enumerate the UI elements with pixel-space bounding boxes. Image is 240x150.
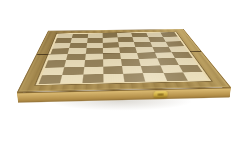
square-c4[interactable]	[85, 53, 103, 60]
square-b3[interactable]	[65, 60, 85, 67]
brass-latch	[153, 91, 167, 98]
square-b4[interactable]	[66, 54, 85, 61]
square-a2[interactable]	[42, 67, 64, 75]
square-f2[interactable]	[141, 65, 163, 73]
square-g4[interactable]	[154, 52, 174, 58]
square-a1[interactable]	[39, 75, 63, 84]
square-h4[interactable]	[171, 52, 192, 58]
square-g3[interactable]	[157, 58, 179, 65]
square-e3[interactable]	[121, 59, 141, 66]
square-b5[interactable]	[68, 48, 86, 54]
square-a5[interactable]	[50, 48, 69, 54]
square-g2[interactable]	[160, 65, 183, 73]
square-a3[interactable]	[45, 60, 66, 67]
square-d4[interactable]	[103, 53, 121, 60]
square-c2[interactable]	[83, 66, 103, 74]
square-d3[interactable]	[103, 59, 122, 66]
square-b2[interactable]	[63, 67, 84, 75]
border-inlay-line	[36, 32, 212, 85]
square-e1[interactable]	[123, 73, 145, 82]
square-c3[interactable]	[84, 60, 103, 67]
fold-seam-left-end	[37, 54, 49, 55]
square-h2[interactable]	[179, 65, 203, 73]
board-top-surface	[17, 29, 231, 92]
square-g1[interactable]	[163, 72, 187, 81]
square-h3[interactable]	[175, 58, 197, 65]
square-c1[interactable]	[82, 74, 103, 83]
square-f3[interactable]	[139, 59, 160, 66]
board-grid	[39, 32, 209, 84]
square-h1[interactable]	[183, 72, 208, 81]
fold-seam-right-end	[190, 51, 201, 52]
square-e2[interactable]	[122, 66, 143, 74]
square-e4[interactable]	[120, 53, 139, 59]
square-f1[interactable]	[143, 73, 166, 82]
square-b1[interactable]	[60, 74, 83, 83]
square-f4[interactable]	[137, 52, 157, 58]
square-d1[interactable]	[103, 74, 124, 83]
square-a4[interactable]	[48, 54, 68, 61]
product-photo-background	[0, 0, 240, 150]
chess-board	[17, 29, 231, 92]
square-d2[interactable]	[103, 66, 123, 74]
